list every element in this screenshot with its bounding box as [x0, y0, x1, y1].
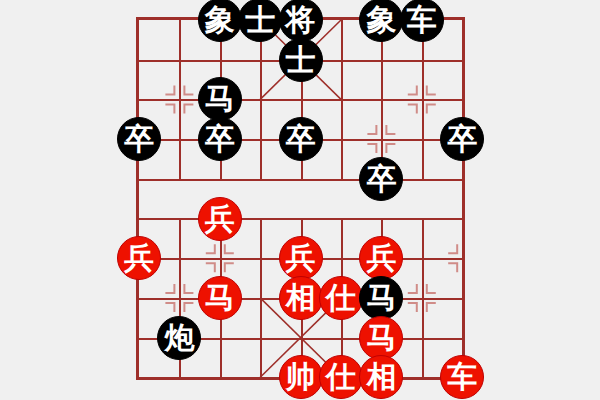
- piece-black-general[interactable]: 将: [279, 0, 323, 42]
- piece-black-soldier[interactable]: 卒: [198, 117, 242, 161]
- piece-red-advisor[interactable]: 仕: [319, 276, 363, 320]
- piece-red-elephant[interactable]: 相: [279, 276, 323, 320]
- piece-black-soldier[interactable]: 卒: [440, 117, 484, 161]
- piece-black-advisor[interactable]: 士: [238, 0, 282, 42]
- piece-red-soldier[interactable]: 兵: [279, 236, 323, 280]
- piece-red-horse[interactable]: 马: [198, 276, 242, 320]
- piece-black-horse[interactable]: 马: [198, 77, 242, 121]
- piece-black-advisor[interactable]: 士: [279, 38, 323, 82]
- piece-red-advisor[interactable]: 仕: [319, 355, 363, 399]
- piece-black-soldier[interactable]: 卒: [359, 157, 403, 201]
- piece-black-elephant[interactable]: 象: [198, 0, 242, 42]
- pieces-layer: 象士将象车士马卒卒卒卒卒兵兵兵兵马相仕马炮马帅仕相车: [139, 20, 462, 377]
- piece-black-elephant[interactable]: 象: [359, 0, 403, 42]
- piece-red-soldier[interactable]: 兵: [117, 236, 161, 280]
- piece-red-soldier[interactable]: 兵: [359, 236, 403, 280]
- piece-red-general[interactable]: 帅: [279, 355, 323, 399]
- app-background: 象士将象车士马卒卒卒卒卒兵兵兵兵马相仕马炮马帅仕相车: [0, 0, 600, 400]
- piece-black-cannon[interactable]: 炮: [157, 316, 201, 360]
- piece-red-chariot[interactable]: 车: [440, 355, 484, 399]
- piece-black-soldier[interactable]: 卒: [279, 117, 323, 161]
- piece-black-chariot[interactable]: 车: [400, 0, 444, 42]
- piece-red-soldier[interactable]: 兵: [198, 197, 242, 241]
- xiangqi-board: 象士将象车士马卒卒卒卒卒兵兵兵兵马相仕马炮马帅仕相车: [136, 17, 465, 380]
- piece-black-horse[interactable]: 马: [359, 276, 403, 320]
- piece-red-elephant[interactable]: 相: [359, 355, 403, 399]
- piece-black-soldier[interactable]: 卒: [117, 117, 161, 161]
- piece-red-horse[interactable]: 马: [359, 316, 403, 360]
